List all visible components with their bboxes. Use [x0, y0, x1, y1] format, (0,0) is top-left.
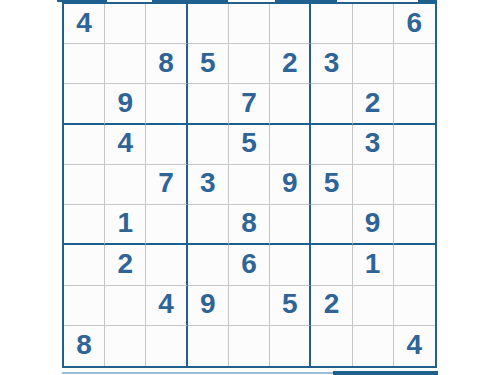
cell-r7c3[interactable]	[146, 245, 187, 285]
cell-r8c2[interactable]	[105, 286, 146, 326]
cell-r5c8[interactable]	[353, 165, 394, 205]
cell-r6c9[interactable]	[394, 205, 435, 245]
cell-r3c1[interactable]	[64, 84, 105, 124]
cell-r1c6[interactable]	[270, 4, 311, 44]
cell-r2c1[interactable]	[64, 44, 105, 84]
cell-r8c8[interactable]	[353, 286, 394, 326]
cell-r5c3[interactable]: 7	[146, 165, 187, 205]
cell-r8c4[interactable]: 9	[188, 286, 229, 326]
cell-r9c7[interactable]	[311, 326, 352, 366]
cell-r9c2[interactable]	[105, 326, 146, 366]
cell-r3c5[interactable]: 7	[229, 84, 270, 124]
cell-r1c4[interactable]	[188, 4, 229, 44]
cell-r4c1[interactable]	[64, 125, 105, 165]
cell-r2c4[interactable]: 5	[188, 44, 229, 84]
cropped-ui-fragment-bottom	[333, 371, 438, 375]
sudoku-page: 4685239724537395189261495284	[0, 0, 500, 375]
cell-r1c2[interactable]	[105, 4, 146, 44]
cell-r2c2[interactable]	[105, 44, 146, 84]
cell-r5c2[interactable]	[105, 165, 146, 205]
sudoku-board: 4685239724537395189261495284	[62, 2, 437, 368]
cell-r5c5[interactable]	[229, 165, 270, 205]
cell-r2c3[interactable]: 8	[146, 44, 187, 84]
cell-r3c3[interactable]	[146, 84, 187, 124]
cell-r5c4[interactable]: 3	[188, 165, 229, 205]
cell-r3c7[interactable]	[311, 84, 352, 124]
cell-r6c8[interactable]: 9	[353, 205, 394, 245]
cell-r3c2[interactable]: 9	[105, 84, 146, 124]
cell-r1c7[interactable]	[311, 4, 352, 44]
cell-r1c1[interactable]: 4	[64, 4, 105, 44]
cell-r6c1[interactable]	[64, 205, 105, 245]
cell-r9c4[interactable]	[188, 326, 229, 366]
cell-r4c5[interactable]: 5	[229, 125, 270, 165]
cell-r2c6[interactable]: 2	[270, 44, 311, 84]
cell-r8c3[interactable]: 4	[146, 286, 187, 326]
cell-r7c6[interactable]	[270, 245, 311, 285]
cell-r7c2[interactable]: 2	[105, 245, 146, 285]
cell-r3c8[interactable]: 2	[353, 84, 394, 124]
cell-r2c9[interactable]	[394, 44, 435, 84]
cell-r4c7[interactable]	[311, 125, 352, 165]
cell-r6c5[interactable]: 8	[229, 205, 270, 245]
cell-r3c9[interactable]	[394, 84, 435, 124]
cell-r4c4[interactable]	[188, 125, 229, 165]
cell-r9c5[interactable]	[229, 326, 270, 366]
cell-r7c9[interactable]	[394, 245, 435, 285]
cell-r8c5[interactable]	[229, 286, 270, 326]
cell-r8c9[interactable]	[394, 286, 435, 326]
cell-r1c3[interactable]	[146, 4, 187, 44]
cell-r1c8[interactable]	[353, 4, 394, 44]
cell-r8c7[interactable]: 2	[311, 286, 352, 326]
cell-r5c1[interactable]	[64, 165, 105, 205]
cell-r3c4[interactable]	[188, 84, 229, 124]
cell-r8c6[interactable]: 5	[270, 286, 311, 326]
cell-r9c3[interactable]	[146, 326, 187, 366]
cell-r4c3[interactable]	[146, 125, 187, 165]
cell-r1c5[interactable]	[229, 4, 270, 44]
cropped-ui-fragment-bottom	[62, 372, 335, 374]
cell-r7c1[interactable]	[64, 245, 105, 285]
cell-r5c9[interactable]	[394, 165, 435, 205]
cell-r4c9[interactable]	[394, 125, 435, 165]
cell-r6c4[interactable]	[188, 205, 229, 245]
cell-r7c7[interactable]	[311, 245, 352, 285]
cell-r9c8[interactable]	[353, 326, 394, 366]
cell-r4c2[interactable]: 4	[105, 125, 146, 165]
cell-r6c3[interactable]	[146, 205, 187, 245]
cell-r9c9[interactable]: 4	[394, 326, 435, 366]
cell-r2c7[interactable]: 3	[311, 44, 352, 84]
cell-r8c1[interactable]	[64, 286, 105, 326]
cell-r4c8[interactable]: 3	[353, 125, 394, 165]
cell-r7c4[interactable]	[188, 245, 229, 285]
cell-r2c8[interactable]	[353, 44, 394, 84]
cell-r9c6[interactable]	[270, 326, 311, 366]
cell-r9c1[interactable]: 8	[64, 326, 105, 366]
cell-r6c2[interactable]: 1	[105, 205, 146, 245]
cell-r6c7[interactable]	[311, 205, 352, 245]
cell-r1c9[interactable]: 6	[394, 4, 435, 44]
cell-r4c6[interactable]	[270, 125, 311, 165]
cell-r7c5[interactable]: 6	[229, 245, 270, 285]
cell-r7c8[interactable]: 1	[353, 245, 394, 285]
cell-r5c6[interactable]: 9	[270, 165, 311, 205]
cell-r5c7[interactable]: 5	[311, 165, 352, 205]
cell-r6c6[interactable]	[270, 205, 311, 245]
cell-r2c5[interactable]	[229, 44, 270, 84]
cell-r3c6[interactable]	[270, 84, 311, 124]
